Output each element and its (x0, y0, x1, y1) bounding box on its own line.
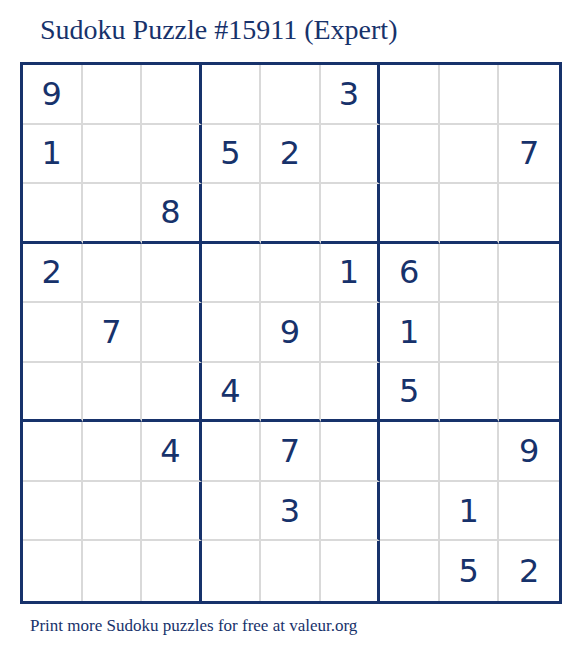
footer-text: Print more Sudoku puzzles for free at va… (30, 616, 357, 636)
cell-r5c4 (202, 303, 262, 363)
cell-r1c1: 9 (23, 65, 83, 125)
cell-r3c2 (83, 184, 143, 244)
cell-r8c5: 3 (261, 482, 321, 542)
cell-r5c7: 1 (380, 303, 440, 363)
cell-r6c2 (83, 363, 143, 423)
cell-r7c5: 7 (261, 422, 321, 482)
cell-r3c6 (321, 184, 381, 244)
cell-r9c4 (202, 541, 262, 601)
cell-r1c2 (83, 65, 143, 125)
cell-r8c6 (321, 482, 381, 542)
cell-r9c6 (321, 541, 381, 601)
cell-r1c6: 3 (321, 65, 381, 125)
cell-r7c6 (321, 422, 381, 482)
cell-r6c4: 4 (202, 363, 262, 423)
cell-r6c9 (499, 363, 559, 423)
cell-r2c3 (142, 125, 202, 185)
cell-r3c7 (380, 184, 440, 244)
cell-r3c8 (440, 184, 500, 244)
cell-r4c5 (261, 244, 321, 304)
cell-r8c3 (142, 482, 202, 542)
cell-r7c3: 4 (142, 422, 202, 482)
cell-r7c8 (440, 422, 500, 482)
cell-r6c8 (440, 363, 500, 423)
puzzle-title: Sudoku Puzzle #15911 (Expert) (40, 14, 397, 46)
cell-r9c9: 2 (499, 541, 559, 601)
cell-r9c8: 5 (440, 541, 500, 601)
cell-r2c8 (440, 125, 500, 185)
cell-r5c2: 7 (83, 303, 143, 363)
cell-r2c2 (83, 125, 143, 185)
cell-r2c1: 1 (23, 125, 83, 185)
cell-r6c6 (321, 363, 381, 423)
cell-r6c5 (261, 363, 321, 423)
cell-r2c5: 2 (261, 125, 321, 185)
cell-r3c9 (499, 184, 559, 244)
cell-r7c4 (202, 422, 262, 482)
cell-r8c1 (23, 482, 83, 542)
cell-r7c9: 9 (499, 422, 559, 482)
sudoku-page: Sudoku Puzzle #15911 (Expert) 9315278216… (0, 0, 580, 651)
cell-r1c9 (499, 65, 559, 125)
cell-r4c8 (440, 244, 500, 304)
cell-r9c1 (23, 541, 83, 601)
cell-r7c7 (380, 422, 440, 482)
cell-r8c9 (499, 482, 559, 542)
cell-r7c2 (83, 422, 143, 482)
cell-r5c8 (440, 303, 500, 363)
cell-r7c1 (23, 422, 83, 482)
cell-r5c1 (23, 303, 83, 363)
cell-r2c4: 5 (202, 125, 262, 185)
cell-r4c3 (142, 244, 202, 304)
cell-r8c4 (202, 482, 262, 542)
cell-r1c4 (202, 65, 262, 125)
cell-r6c3 (142, 363, 202, 423)
cell-r1c7 (380, 65, 440, 125)
cell-r3c3: 8 (142, 184, 202, 244)
cell-r4c4 (202, 244, 262, 304)
cell-r9c5 (261, 541, 321, 601)
cell-r9c3 (142, 541, 202, 601)
cell-r2c7 (380, 125, 440, 185)
cell-r5c9 (499, 303, 559, 363)
cell-r6c1 (23, 363, 83, 423)
cell-r3c4 (202, 184, 262, 244)
cell-r4c9 (499, 244, 559, 304)
cell-r4c1: 2 (23, 244, 83, 304)
cell-r5c3 (142, 303, 202, 363)
cell-r6c7: 5 (380, 363, 440, 423)
cell-r4c7: 6 (380, 244, 440, 304)
cell-r1c5 (261, 65, 321, 125)
cell-r8c2 (83, 482, 143, 542)
cell-r5c5: 9 (261, 303, 321, 363)
cell-r1c8 (440, 65, 500, 125)
cell-r2c6 (321, 125, 381, 185)
cell-r8c7 (380, 482, 440, 542)
cell-r5c6 (321, 303, 381, 363)
cell-r1c3 (142, 65, 202, 125)
cell-r4c6: 1 (321, 244, 381, 304)
cell-r2c9: 7 (499, 125, 559, 185)
sudoku-board: 9315278216791454793152 (20, 62, 562, 604)
cell-r9c7 (380, 541, 440, 601)
cell-r3c1 (23, 184, 83, 244)
cell-r9c2 (83, 541, 143, 601)
cell-r4c2 (83, 244, 143, 304)
cell-r3c5 (261, 184, 321, 244)
cell-r8c8: 1 (440, 482, 500, 542)
